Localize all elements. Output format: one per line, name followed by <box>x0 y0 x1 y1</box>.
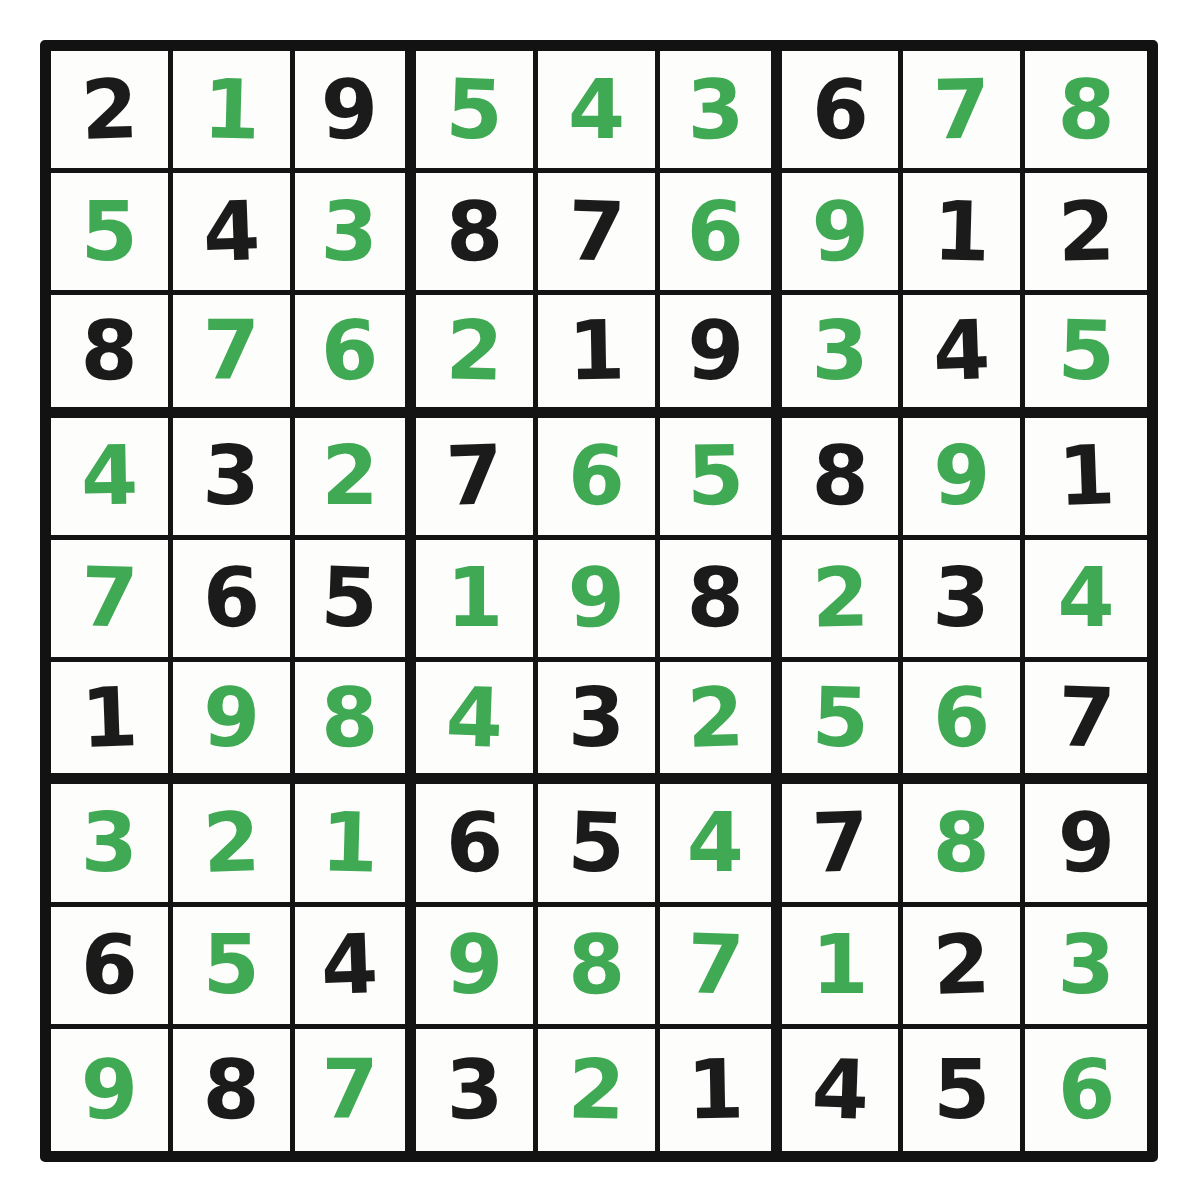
sudoku-cell-r1c8[interactable]: 7 <box>903 51 1025 173</box>
sudoku-cell-r3c9[interactable]: 5 <box>1025 295 1147 417</box>
solved-digit: 2 <box>321 435 378 517</box>
sudoku-cell-r6c8[interactable]: 6 <box>903 662 1025 784</box>
solved-digit: 6 <box>567 435 626 518</box>
sudoku-cell-r8c3[interactable]: 4 <box>295 907 417 1029</box>
solved-digit: 5 <box>1057 309 1116 392</box>
sudoku-cell-r9c3[interactable]: 7 <box>295 1029 417 1151</box>
sudoku-cell-r4c8[interactable]: 9 <box>903 418 1025 540</box>
sudoku-cell-r9c4[interactable]: 3 <box>416 1029 538 1151</box>
solved-digit: 2 <box>567 1048 626 1131</box>
given-digit: 3 <box>568 677 625 759</box>
sudoku-cell-r4c2[interactable]: 3 <box>173 418 295 540</box>
solved-digit: 3 <box>320 190 379 273</box>
given-digit: 8 <box>686 557 745 640</box>
given-digit: 9 <box>321 68 379 151</box>
sudoku-cell-r1c6[interactable]: 3 <box>660 51 782 173</box>
sudoku-cell-r6c9[interactable]: 7 <box>1025 662 1147 784</box>
sudoku-cell-r6c2[interactable]: 9 <box>173 662 295 784</box>
sudoku-cell-r5c2[interactable]: 6 <box>173 540 295 662</box>
given-digit: 8 <box>79 309 139 393</box>
sudoku-cell-r6c5[interactable]: 3 <box>538 662 660 784</box>
sudoku-cell-r8c1[interactable]: 6 <box>51 907 173 1029</box>
solved-digit: 5 <box>686 435 744 518</box>
sudoku-cell-r4c4[interactable]: 7 <box>416 418 538 540</box>
sudoku-cell-r2c3[interactable]: 3 <box>295 173 417 295</box>
sudoku-cell-r8c2[interactable]: 5 <box>173 907 295 1029</box>
sudoku-cell-r9c7[interactable]: 4 <box>782 1029 904 1151</box>
sudoku-cell-r5c5[interactable]: 9 <box>538 540 660 662</box>
solved-digit: 4 <box>80 435 138 518</box>
solved-digit: 7 <box>933 68 991 151</box>
sudoku-cell-r6c3[interactable]: 8 <box>295 662 417 784</box>
sudoku-cell-r2c7[interactable]: 9 <box>782 173 904 295</box>
solved-digit: 9 <box>445 923 504 1006</box>
given-digit: 2 <box>79 68 139 152</box>
given-digit: 2 <box>1057 190 1115 273</box>
solved-digit: 1 <box>446 557 503 639</box>
given-digit: 4 <box>320 923 380 1007</box>
solved-digit: 3 <box>1057 923 1116 1006</box>
sudoku-cell-r1c2[interactable]: 1 <box>173 51 295 173</box>
sudoku-cell-r8c5[interactable]: 8 <box>538 907 660 1029</box>
sudoku-cell-r2c6[interactable]: 6 <box>660 173 782 295</box>
solved-digit: 4 <box>687 802 744 884</box>
solved-digit: 6 <box>1056 1048 1116 1132</box>
solved-digit: 4 <box>568 69 625 151</box>
sudoku-cell-r7c3[interactable]: 1 <box>295 784 417 906</box>
solved-digit: 8 <box>932 801 991 884</box>
solved-digit: 3 <box>685 68 745 152</box>
sudoku-cell-r3c4[interactable]: 2 <box>416 295 538 417</box>
sudoku-cell-r3c2[interactable]: 7 <box>173 295 295 417</box>
solved-digit: 2 <box>811 557 869 640</box>
sudoku-cell-r3c7[interactable]: 3 <box>782 295 904 417</box>
sudoku-cell-r2c1[interactable]: 5 <box>51 173 173 295</box>
solved-digit: 4 <box>445 676 505 760</box>
solved-digit: 5 <box>203 924 260 1006</box>
sudoku-cell-r2c4[interactable]: 8 <box>416 173 538 295</box>
given-digit: 5 <box>320 557 380 641</box>
sudoku-cell-r7c2[interactable]: 2 <box>173 784 295 906</box>
sudoku-cell-r1c1[interactable]: 2 <box>51 51 173 173</box>
given-digit: 5 <box>933 1049 990 1131</box>
solved-digit: 7 <box>80 557 139 640</box>
given-digit: 8 <box>810 434 870 518</box>
given-digit: 1 <box>79 676 139 760</box>
sudoku-cell-r4c9[interactable]: 1 <box>1025 418 1147 540</box>
sudoku-cell-r7c5[interactable]: 5 <box>538 784 660 906</box>
sudoku-cell-r8c4[interactable]: 9 <box>416 907 538 1029</box>
given-digit: 2 <box>932 923 992 1007</box>
sudoku-cell-r5c9[interactable]: 4 <box>1025 540 1147 662</box>
sudoku-cell-r6c1[interactable]: 1 <box>51 662 173 784</box>
solved-digit: 6 <box>320 309 380 393</box>
sudoku-cell-r6c4[interactable]: 4 <box>416 662 538 784</box>
sudoku-cell-r7c8[interactable]: 8 <box>903 784 1025 906</box>
sudoku-cell-r4c6[interactable]: 5 <box>660 418 782 540</box>
sudoku-cell-r7c6[interactable]: 4 <box>660 784 782 906</box>
sudoku-cell-r4c1[interactable]: 4 <box>51 418 173 540</box>
given-digit: 6 <box>79 923 139 1007</box>
sudoku-cell-r5c8[interactable]: 3 <box>903 540 1025 662</box>
solved-digit: 3 <box>81 802 138 884</box>
solved-digit: 4 <box>1058 557 1115 639</box>
given-digit: 7 <box>445 434 505 518</box>
sudoku-cell-r9c6[interactable]: 1 <box>660 1029 782 1151</box>
sudoku-cell-r9c1[interactable]: 9 <box>51 1029 173 1151</box>
sudoku-cell-r2c5[interactable]: 7 <box>538 173 660 295</box>
sudoku-cell-r7c1[interactable]: 3 <box>51 784 173 906</box>
sudoku-cell-r5c1[interactable]: 7 <box>51 540 173 662</box>
solved-digit: 1 <box>812 924 869 1006</box>
sudoku-cell-r3c3[interactable]: 6 <box>295 295 417 417</box>
given-digit: 3 <box>932 557 992 641</box>
given-digit: 4 <box>810 1048 870 1132</box>
sudoku-cell-r8c8[interactable]: 2 <box>903 907 1025 1029</box>
given-digit: 8 <box>445 190 503 273</box>
sudoku-grid: 2195436785438769128762193454327658917651… <box>40 40 1158 1162</box>
sudoku-cell-r6c7[interactable]: 5 <box>782 662 904 784</box>
solved-digit: 6 <box>933 676 991 759</box>
given-digit: 9 <box>1057 801 1115 884</box>
given-digit: 6 <box>810 68 869 151</box>
solved-digit: 2 <box>685 676 745 760</box>
given-digit: 3 <box>445 1048 505 1132</box>
sudoku-cell-r1c9[interactable]: 8 <box>1025 51 1147 173</box>
solved-digit: 7 <box>321 1049 378 1131</box>
solved-digit: 9 <box>567 557 627 641</box>
sudoku-cell-r3c1[interactable]: 8 <box>51 295 173 417</box>
solved-digit: 2 <box>201 801 261 885</box>
solved-digit: 5 <box>81 191 138 273</box>
sudoku-cell-r8c6[interactable]: 7 <box>660 907 782 1029</box>
sudoku-cell-r4c5[interactable]: 6 <box>538 418 660 540</box>
sudoku-cell-r2c9[interactable]: 2 <box>1025 173 1147 295</box>
solved-digit: 5 <box>810 676 869 759</box>
sudoku-cell-r2c8[interactable]: 1 <box>903 173 1025 295</box>
sudoku-cell-r5c7[interactable]: 2 <box>782 540 904 662</box>
solved-digit: 2 <box>445 309 504 392</box>
sudoku-cell-r1c7[interactable]: 6 <box>782 51 904 173</box>
solved-digit: 9 <box>810 190 870 274</box>
given-digit: 7 <box>567 190 627 274</box>
sudoku-cell-r7c9[interactable]: 9 <box>1025 784 1147 906</box>
sudoku-cell-r8c7[interactable]: 1 <box>782 907 904 1029</box>
solved-digit: 1 <box>202 68 261 151</box>
sudoku-cell-r4c7[interactable]: 8 <box>782 418 904 540</box>
solved-digit: 7 <box>203 310 260 392</box>
sudoku-cell-r9c9[interactable]: 6 <box>1025 1029 1147 1151</box>
given-digit: 6 <box>202 557 260 640</box>
solved-digit: 9 <box>80 1048 138 1131</box>
sudoku-cell-r7c4[interactable]: 6 <box>416 784 538 906</box>
given-digit: 1 <box>567 310 625 393</box>
sudoku-cell-r6c6[interactable]: 2 <box>660 662 782 784</box>
sudoku-board-wrap: 2195436785438769128762193454327658917651… <box>40 40 1158 1162</box>
solved-digit: 9 <box>933 435 990 517</box>
sudoku-cell-r5c3[interactable]: 5 <box>295 540 417 662</box>
sudoku-cell-r5c4[interactable]: 1 <box>416 540 538 662</box>
given-digit: 8 <box>201 1048 261 1132</box>
solved-digit: 5 <box>445 68 505 152</box>
sudoku-cell-r8c9[interactable]: 3 <box>1025 907 1147 1029</box>
sudoku-cell-r1c3[interactable]: 9 <box>295 51 417 173</box>
solved-digit: 9 <box>202 676 261 759</box>
sudoku-cell-r9c8[interactable]: 5 <box>903 1029 1025 1151</box>
given-digit: 4 <box>201 190 261 274</box>
given-digit: 7 <box>810 801 870 885</box>
given-digit: 4 <box>932 309 992 393</box>
sudoku-cell-r3c8[interactable]: 4 <box>903 295 1025 417</box>
given-digit: 1 <box>686 1048 744 1131</box>
sudoku-cell-r9c5[interactable]: 2 <box>538 1029 660 1151</box>
given-digit: 1 <box>932 190 991 273</box>
solved-digit: 8 <box>1056 68 1116 152</box>
solved-digit: 7 <box>685 923 745 1007</box>
given-digit: 3 <box>201 434 261 518</box>
solved-digit: 1 <box>320 801 379 884</box>
sudoku-cell-r3c5[interactable]: 1 <box>538 295 660 417</box>
sudoku-cell-r3c6[interactable]: 9 <box>660 295 782 417</box>
solved-digit: 6 <box>687 191 744 273</box>
sudoku-cell-r5c6[interactable]: 8 <box>660 540 782 662</box>
solved-digit: 8 <box>567 924 625 1007</box>
solved-digit: 8 <box>321 676 379 759</box>
given-digit: 7 <box>1056 676 1116 760</box>
sudoku-cell-r4c3[interactable]: 2 <box>295 418 417 540</box>
given-digit: 1 <box>1056 434 1116 518</box>
given-digit: 9 <box>685 309 745 393</box>
sudoku-cell-r2c2[interactable]: 4 <box>173 173 295 295</box>
solved-digit: 3 <box>812 310 869 392</box>
sudoku-cell-r1c5[interactable]: 4 <box>538 51 660 173</box>
sudoku-cell-r9c2[interactable]: 8 <box>173 1029 295 1151</box>
given-digit: 5 <box>567 801 627 885</box>
sudoku-cell-r7c7[interactable]: 7 <box>782 784 904 906</box>
sudoku-cell-r1c4[interactable]: 5 <box>416 51 538 173</box>
given-digit: 6 <box>445 801 503 884</box>
